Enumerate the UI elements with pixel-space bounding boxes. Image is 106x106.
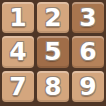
tile-5[interactable]: 5	[37, 36, 69, 67]
tile-number: 3	[79, 5, 96, 30]
puzzle-board: 1 2 3 4 5 6 7 8 9	[0, 0, 106, 106]
tile-number: 2	[44, 5, 61, 30]
tile-2[interactable]: 2	[37, 2, 69, 33]
tile-number: 9	[79, 74, 96, 99]
tile-number: 6	[79, 39, 96, 64]
tile-4[interactable]: 4	[2, 36, 34, 67]
tile-1[interactable]: 1	[2, 2, 34, 33]
tile-3[interactable]: 3	[72, 2, 104, 33]
tile-number: 1	[9, 5, 26, 30]
tile-number: 5	[44, 39, 61, 64]
tile-8[interactable]: 8	[37, 71, 69, 102]
tile-7[interactable]: 7	[2, 71, 34, 102]
tile-6[interactable]: 6	[72, 36, 104, 67]
tile-number: 7	[9, 74, 26, 99]
tile-number: 8	[44, 74, 61, 99]
tile-9[interactable]: 9	[72, 71, 104, 102]
tile-number: 4	[9, 39, 26, 64]
